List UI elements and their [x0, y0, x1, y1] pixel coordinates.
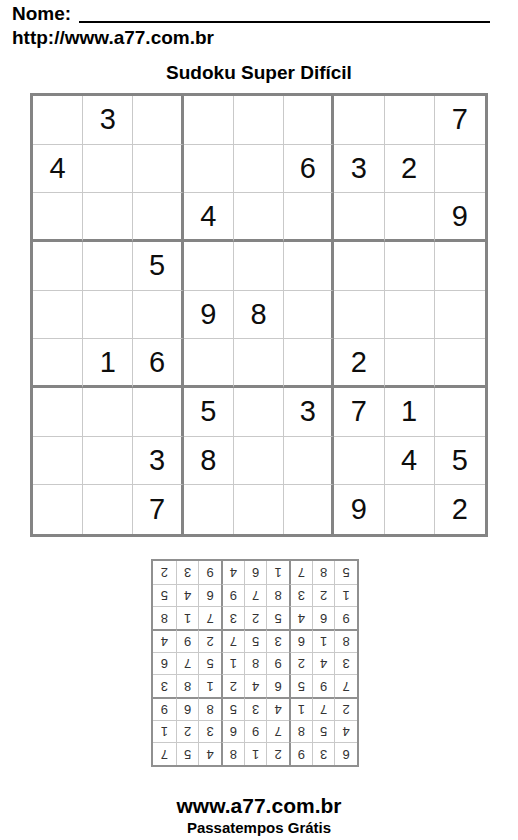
sol-r8c4: 8: [266, 584, 289, 607]
cell-r6c8[interactable]: [385, 339, 435, 388]
sol-r7c7: 7: [198, 606, 221, 629]
sol-r2c8: 2: [176, 720, 199, 743]
sol-r6c3: 6: [289, 629, 312, 652]
sol-r3c8: 6: [176, 697, 199, 720]
cell-r5c6[interactable]: [284, 291, 334, 340]
sol-r8c3: 3: [289, 584, 312, 607]
sol-r6c1: 8: [334, 629, 357, 652]
sol-r6c6: 7: [221, 629, 244, 652]
cell-r6c2[interactable]: 1: [83, 339, 133, 388]
sol-r8c5: 7: [244, 584, 267, 607]
cell-r6c5[interactable]: [234, 339, 284, 388]
sol-r4c1: 7: [334, 674, 357, 697]
cell-r9c8[interactable]: [385, 485, 435, 534]
sol-r5c6: 1: [221, 652, 244, 675]
sol-r9c8: 3: [176, 561, 199, 584]
cell-r2c3[interactable]: [133, 145, 183, 194]
sol-r8c7: 6: [198, 584, 221, 607]
cell-r4c6[interactable]: [284, 242, 334, 291]
cell-r9c2[interactable]: [83, 485, 133, 534]
sol-r2c1: 4: [334, 720, 357, 743]
sol-r3c7: 8: [198, 697, 221, 720]
cell-r8c6[interactable]: [284, 437, 334, 486]
sol-r6c4: 3: [266, 629, 289, 652]
sol-r8c9: 5: [153, 584, 176, 607]
name-row: Nome:: [12, 3, 490, 25]
cell-r8c7[interactable]: [334, 437, 384, 486]
cell-r8c8[interactable]: 4: [385, 437, 435, 486]
sol-r5c1: 3: [334, 652, 357, 675]
sol-r4c8: 8: [176, 674, 199, 697]
sol-r7c8: 1: [176, 606, 199, 629]
cell-r7c3[interactable]: [133, 388, 183, 437]
sol-r9c7: 9: [198, 561, 221, 584]
cell-r6c3[interactable]: 6: [133, 339, 183, 388]
cell-r1c1[interactable]: [33, 96, 83, 145]
sol-r2c4: 7: [266, 720, 289, 743]
cell-r3c6[interactable]: [284, 193, 334, 242]
cell-r9c1[interactable]: [33, 485, 83, 534]
sol-r9c3: 7: [289, 561, 312, 584]
cell-r6c7[interactable]: 2: [334, 339, 384, 388]
cell-r6c6[interactable]: [284, 339, 334, 388]
sol-r3c6: 5: [221, 697, 244, 720]
cell-r4c9[interactable]: [435, 242, 485, 291]
cell-r7c8[interactable]: 1: [385, 388, 435, 437]
cell-r8c5[interactable]: [234, 437, 284, 486]
sol-r1c5: 1: [244, 742, 267, 765]
sol-r7c3: 4: [289, 606, 312, 629]
cell-r6c1[interactable]: [33, 339, 83, 388]
sol-r7c2: 6: [312, 606, 335, 629]
cell-r8c2[interactable]: [83, 437, 133, 486]
sol-r8c2: 2: [312, 584, 335, 607]
cell-r7c2[interactable]: [83, 388, 133, 437]
name-label: Nome:: [12, 3, 71, 25]
cell-r3c8[interactable]: [385, 193, 435, 242]
sol-r9c9: 2: [153, 561, 176, 584]
sol-r1c8: 5: [176, 742, 199, 765]
sol-r4c3: 5: [289, 674, 312, 697]
cell-r8c1[interactable]: [33, 437, 83, 486]
sol-r1c4: 2: [266, 742, 289, 765]
cell-r3c1[interactable]: [33, 193, 83, 242]
cell-r5c4[interactable]: 9: [184, 291, 234, 340]
cell-r9c5[interactable]: [234, 485, 284, 534]
cell-r5c1[interactable]: [33, 291, 83, 340]
cell-r4c3[interactable]: 5: [133, 242, 183, 291]
sol-r2c3: 8: [289, 720, 312, 743]
cell-r5c3[interactable]: [133, 291, 183, 340]
cell-r5c8[interactable]: [385, 291, 435, 340]
cell-r6c4[interactable]: [184, 339, 234, 388]
page-footer: www.a77.com.br Passatempos Grátis: [0, 793, 518, 837]
cell-r4c2[interactable]: [83, 242, 133, 291]
cell-r8c3[interactable]: 3: [133, 437, 183, 486]
sol-r9c1: 5: [334, 561, 357, 584]
cell-r2c4[interactable]: [184, 145, 234, 194]
sol-r4c4: 6: [266, 674, 289, 697]
cell-r1c4[interactable]: [184, 96, 234, 145]
sol-r5c9: 6: [153, 652, 176, 675]
site-url: http://www.a77.com.br: [12, 27, 490, 49]
sudoku-puzzle-grid: 3746324959816253713845792: [30, 93, 488, 537]
cell-r3c3[interactable]: [133, 193, 183, 242]
puzzle-page: Nome: http://www.a77.com.br Sudoku Super…: [0, 0, 518, 840]
sol-r1c6: 8: [221, 742, 244, 765]
cell-r1c3[interactable]: [133, 96, 183, 145]
sol-r5c5: 8: [244, 652, 267, 675]
sol-r5c2: 4: [312, 652, 335, 675]
cell-r9c9[interactable]: 2: [435, 485, 485, 534]
sol-r5c7: 5: [198, 652, 221, 675]
cell-r2c9[interactable]: [435, 145, 485, 194]
puzzle-title: Sudoku Super Difícil: [0, 62, 518, 84]
sol-r2c5: 9: [244, 720, 267, 743]
cell-r4c1[interactable]: [33, 242, 83, 291]
cell-r3c9[interactable]: 9: [435, 193, 485, 242]
cell-r7c6[interactable]: 3: [284, 388, 334, 437]
sol-r9c6: 4: [221, 561, 244, 584]
sol-r4c9: 3: [153, 674, 176, 697]
cell-r5c5[interactable]: 8: [234, 291, 284, 340]
sol-r2c6: 6: [221, 720, 244, 743]
cell-r2c1[interactable]: 4: [33, 145, 83, 194]
cell-r9c4[interactable]: [184, 485, 234, 534]
sol-r1c2: 3: [312, 742, 335, 765]
name-fill-line: [79, 21, 490, 23]
cell-r1c7[interactable]: [334, 96, 384, 145]
cell-r4c4[interactable]: [184, 242, 234, 291]
sol-r6c5: 5: [244, 629, 267, 652]
cell-r7c4[interactable]: 5: [184, 388, 234, 437]
cell-r6c9[interactable]: [435, 339, 485, 388]
sol-r3c4: 4: [266, 697, 289, 720]
sol-r1c9: 7: [153, 742, 176, 765]
cell-r9c3[interactable]: 7: [133, 485, 183, 534]
sol-r7c9: 8: [153, 606, 176, 629]
sol-r9c4: 1: [266, 561, 289, 584]
sol-r3c5: 3: [244, 697, 267, 720]
sol-r2c2: 5: [312, 720, 335, 743]
page-header: Nome: http://www.a77.com.br: [12, 3, 490, 49]
sol-r2c9: 1: [153, 720, 176, 743]
sol-r3c9: 9: [153, 697, 176, 720]
sol-r4c2: 9: [312, 674, 335, 697]
sol-r1c7: 4: [198, 742, 221, 765]
cell-r2c2[interactable]: [83, 145, 133, 194]
sol-r5c3: 2: [289, 652, 312, 675]
cell-r9c6[interactable]: [284, 485, 334, 534]
cell-r3c4[interactable]: 4: [184, 193, 234, 242]
sol-r6c8: 9: [176, 629, 199, 652]
sol-r9c2: 8: [312, 561, 335, 584]
sol-r3c1: 2: [334, 697, 357, 720]
sol-r4c7: 1: [198, 674, 221, 697]
sol-r3c3: 1: [289, 697, 312, 720]
sudoku-solution-grid: 6392184574587963212714358697956421833429…: [151, 559, 359, 767]
sol-r6c7: 2: [198, 629, 221, 652]
cell-r2c5[interactable]: [234, 145, 284, 194]
sol-r4c6: 2: [221, 674, 244, 697]
cell-r1c6[interactable]: [284, 96, 334, 145]
cell-r7c7[interactable]: 7: [334, 388, 384, 437]
sol-r1c1: 6: [334, 742, 357, 765]
cell-r2c8[interactable]: 2: [385, 145, 435, 194]
cell-r7c9[interactable]: [435, 388, 485, 437]
cell-r1c2[interactable]: 3: [83, 96, 133, 145]
footer-site: www.a77.com.br: [0, 793, 518, 818]
sol-r7c4: 5: [266, 606, 289, 629]
cell-r3c7[interactable]: [334, 193, 384, 242]
sol-r9c5: 6: [244, 561, 267, 584]
cell-r3c5[interactable]: [234, 193, 284, 242]
sol-r7c5: 2: [244, 606, 267, 629]
footer-tagline: Passatempos Grátis: [0, 818, 518, 837]
sol-r8c8: 4: [176, 584, 199, 607]
cell-r4c5[interactable]: [234, 242, 284, 291]
cell-r1c9[interactable]: 7: [435, 96, 485, 145]
sol-r1c3: 9: [289, 742, 312, 765]
cell-r7c1[interactable]: [33, 388, 83, 437]
cell-r3c2[interactable]: [83, 193, 133, 242]
sol-r5c8: 7: [176, 652, 199, 675]
sol-r7c6: 3: [221, 606, 244, 629]
sol-r8c6: 9: [221, 584, 244, 607]
sol-r6c9: 4: [153, 629, 176, 652]
cell-r8c9[interactable]: 5: [435, 437, 485, 486]
cell-r9c7[interactable]: 9: [334, 485, 384, 534]
cell-r2c6[interactable]: 6: [284, 145, 334, 194]
sol-r8c1: 1: [334, 584, 357, 607]
cell-r5c7[interactable]: [334, 291, 384, 340]
cell-r4c7[interactable]: [334, 242, 384, 291]
sol-r3c2: 7: [312, 697, 335, 720]
cell-r1c8[interactable]: [385, 96, 435, 145]
cell-r2c7[interactable]: 3: [334, 145, 384, 194]
sol-r7c1: 9: [334, 606, 357, 629]
sol-r5c4: 9: [266, 652, 289, 675]
sol-r4c5: 4: [244, 674, 267, 697]
cell-r1c5[interactable]: [234, 96, 284, 145]
sol-r2c7: 3: [198, 720, 221, 743]
cell-r4c8[interactable]: [385, 242, 435, 291]
cell-r5c9[interactable]: [435, 291, 485, 340]
cell-r7c5[interactable]: [234, 388, 284, 437]
cell-r5c2[interactable]: [83, 291, 133, 340]
sol-r6c2: 1: [312, 629, 335, 652]
cell-r8c4[interactable]: 8: [184, 437, 234, 486]
